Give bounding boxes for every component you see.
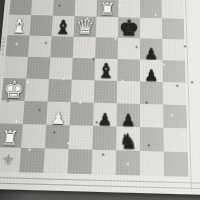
square-g1[interactable]	[140, 151, 164, 176]
square-g8[interactable]	[140, 0, 162, 18]
piece-white-rook-e8[interactable]: ♜	[96, 0, 118, 17]
white-bishop-glyph: ♝	[9, 18, 28, 36]
black-king-glyph: ♚	[119, 18, 140, 39]
square-d4[interactable]	[71, 80, 95, 103]
piece-black-pawn-g5[interactable]: ♟	[140, 60, 163, 82]
square-b6[interactable]	[28, 36, 52, 58]
piece-white-rook-a2[interactable]: ♜	[0, 123, 23, 147]
black-pawn-glyph: ♟	[144, 68, 158, 83]
square-e6[interactable]	[95, 37, 118, 59]
square-g2[interactable]	[140, 127, 164, 151]
square-e7[interactable]	[96, 17, 118, 38]
square-f1[interactable]	[116, 150, 140, 175]
square-g3[interactable]	[140, 104, 163, 128]
square-c1[interactable]	[43, 148, 68, 173]
square-d3[interactable]	[70, 102, 94, 126]
square-h8[interactable]	[162, 0, 184, 19]
square-g4[interactable]	[140, 81, 163, 104]
square-h2[interactable]	[163, 128, 187, 153]
square-e4[interactable]	[94, 80, 117, 103]
square-h4[interactable]	[163, 82, 186, 105]
corner-ornament: ⚜	[0, 147, 21, 172]
piece-black-bishop-e5[interactable]: ♝	[94, 58, 117, 80]
piece-black-pawn-e3[interactable]: ♟	[93, 103, 117, 127]
square-b7[interactable]	[29, 15, 52, 36]
piece-white-king-a4[interactable]: ♚	[2, 78, 27, 101]
square-h3[interactable]	[163, 105, 187, 129]
square-h7[interactable]	[162, 18, 184, 39]
white-rook-glyph: ♜	[99, 1, 116, 18]
white-rook-glyph: ♜	[0, 129, 20, 149]
square-h6[interactable]	[162, 39, 185, 61]
square-d2[interactable]	[69, 125, 94, 149]
piece-black-king-f7[interactable]: ♚	[118, 17, 140, 38]
square-f5[interactable]	[117, 59, 140, 81]
piece-white-pawn-c3[interactable]: ♟	[46, 102, 70, 126]
square-a8[interactable]	[9, 0, 32, 15]
black-bishop-glyph: ♝	[54, 19, 73, 37]
square-c6[interactable]	[50, 36, 73, 58]
black-knight-glyph: ♞	[119, 132, 138, 152]
square-c2[interactable]	[45, 125, 70, 149]
square-b1[interactable]	[19, 148, 45, 173]
piece-black-bishop-c7[interactable]: ♝	[52, 16, 75, 37]
photo-background: CHESS ⚜♜♝♝♛♚♟♝♟♚♟♟♟♞♜	[0, 0, 200, 200]
square-g7[interactable]	[140, 18, 162, 39]
piece-black-pawn-g6[interactable]: ♟	[140, 38, 162, 60]
black-bishop-glyph: ♝	[96, 62, 115, 81]
square-b4[interactable]	[25, 79, 49, 102]
square-h5[interactable]	[163, 60, 186, 82]
square-e1[interactable]	[92, 150, 117, 175]
square-h1[interactable]	[164, 152, 189, 177]
piece-white-queen-d7[interactable]: ♛	[74, 16, 97, 37]
square-f4[interactable]	[117, 81, 140, 104]
black-pawn-glyph: ♟	[121, 112, 136, 128]
square-c5[interactable]	[49, 57, 73, 79]
square-c4[interactable]	[48, 79, 72, 102]
chess-board: CHESS ⚜♜♝♝♛♚♟♝♟♚♟♟♟♞♜	[0, 0, 200, 195]
square-d1[interactable]	[67, 149, 92, 174]
board-grid: ⚜♜♝♝♛♚♟♝♟♚♟♟♟♞♜	[0, 0, 188, 177]
square-d5[interactable]	[72, 58, 95, 80]
square-e2[interactable]	[92, 126, 116, 150]
white-queen-glyph: ♛	[75, 18, 95, 38]
piece-white-bishop-a7[interactable]: ♝	[7, 15, 31, 36]
square-b8[interactable]	[31, 0, 54, 16]
piece-black-knight-f2[interactable]: ♞	[116, 126, 140, 150]
square-a5[interactable]	[4, 56, 28, 78]
square-d8[interactable]	[75, 0, 97, 17]
white-king-glyph: ♚	[2, 79, 25, 102]
square-b5[interactable]	[26, 57, 50, 79]
square-a6[interactable]	[6, 35, 30, 57]
square-b2[interactable]	[21, 124, 46, 148]
square-d6[interactable]	[73, 37, 96, 59]
piece-black-pawn-f3[interactable]: ♟	[117, 103, 140, 127]
square-c8[interactable]	[53, 0, 76, 16]
board-frame-line-bottom	[0, 177, 200, 189]
black-pawn-glyph: ♟	[97, 112, 112, 128]
square-b3[interactable]	[23, 101, 48, 125]
white-pawn-glyph: ♟	[51, 110, 66, 126]
